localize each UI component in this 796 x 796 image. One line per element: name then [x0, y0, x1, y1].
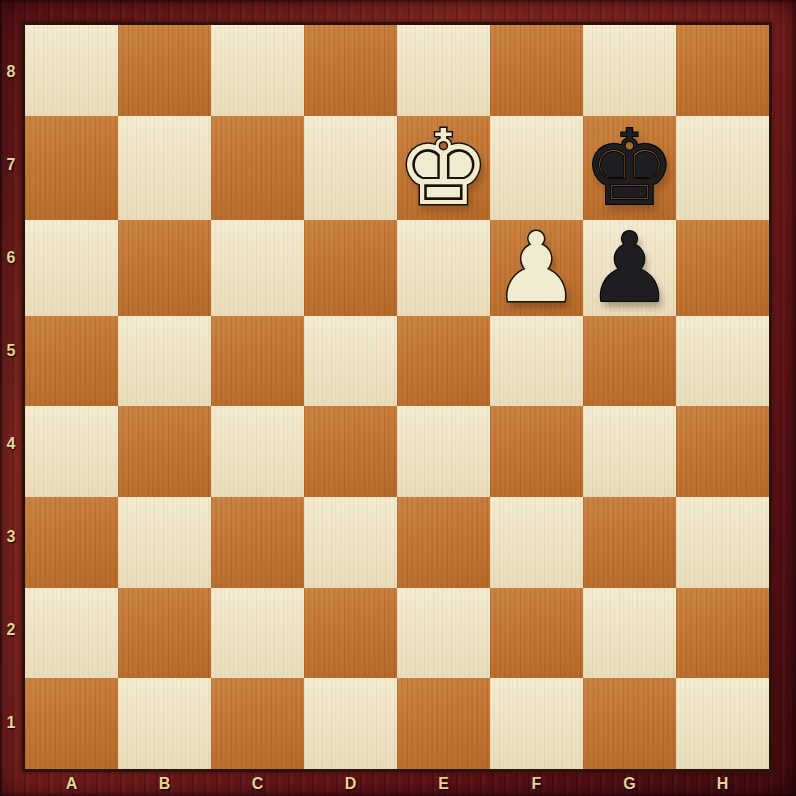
square-a7[interactable]: [25, 116, 118, 220]
square-g1[interactable]: [583, 678, 676, 769]
rank-label-5: 5: [0, 304, 22, 397]
square-c6[interactable]: [211, 220, 304, 316]
square-a1[interactable]: [25, 678, 118, 769]
file-label-e: E: [397, 772, 490, 796]
square-h2[interactable]: [676, 588, 769, 679]
square-d7[interactable]: [304, 116, 397, 220]
square-e1[interactable]: [397, 678, 490, 769]
file-label-a: A: [25, 772, 118, 796]
square-a8[interactable]: [25, 25, 118, 116]
black-king[interactable]: ♚: [583, 116, 676, 220]
file-label-c: C: [211, 772, 304, 796]
square-f3[interactable]: [490, 497, 583, 588]
square-d3[interactable]: [304, 497, 397, 588]
square-a4[interactable]: [25, 406, 118, 497]
square-d8[interactable]: [304, 25, 397, 116]
square-f8[interactable]: [490, 25, 583, 116]
black-pawn[interactable]: ♟: [586, 220, 672, 316]
rank-label-4: 4: [0, 397, 22, 490]
square-e3[interactable]: [397, 497, 490, 588]
square-c1[interactable]: [211, 678, 304, 769]
square-g4[interactable]: [583, 406, 676, 497]
square-d4[interactable]: [304, 406, 397, 497]
rank-label-7: 7: [0, 118, 22, 211]
square-c4[interactable]: [211, 406, 304, 497]
square-h6[interactable]: [676, 220, 769, 316]
square-h4[interactable]: [676, 406, 769, 497]
square-g5[interactable]: [583, 316, 676, 407]
square-b2[interactable]: [118, 588, 211, 679]
square-e4[interactable]: [397, 406, 490, 497]
rank-label-3: 3: [0, 490, 22, 583]
square-g6[interactable]: ♟: [583, 220, 676, 316]
square-f7[interactable]: [490, 116, 583, 220]
square-f4[interactable]: [490, 406, 583, 497]
square-a2[interactable]: [25, 588, 118, 679]
file-label-g: G: [583, 772, 676, 796]
square-f5[interactable]: [490, 316, 583, 407]
square-a3[interactable]: [25, 497, 118, 588]
square-f2[interactable]: [490, 588, 583, 679]
rank-label-2: 2: [0, 583, 22, 676]
square-g3[interactable]: [583, 497, 676, 588]
square-h3[interactable]: [676, 497, 769, 588]
square-a5[interactable]: [25, 316, 118, 407]
square-g8[interactable]: [583, 25, 676, 116]
square-e6[interactable]: [397, 220, 490, 316]
rank-label-6: 6: [0, 211, 22, 304]
board-border: ♚♚♟♟: [22, 22, 772, 772]
square-d1[interactable]: [304, 678, 397, 769]
square-g7[interactable]: ♚: [583, 116, 676, 220]
square-b4[interactable]: [118, 406, 211, 497]
file-label-f: F: [490, 772, 583, 796]
square-e2[interactable]: [397, 588, 490, 679]
square-a6[interactable]: [25, 220, 118, 316]
square-c7[interactable]: [211, 116, 304, 220]
chessboard[interactable]: ♚♚♟♟: [25, 25, 769, 769]
square-h5[interactable]: [676, 316, 769, 407]
white-pawn[interactable]: ♟: [493, 220, 579, 316]
rank-labels: 87654321: [0, 25, 22, 769]
square-h1[interactable]: [676, 678, 769, 769]
square-e5[interactable]: [397, 316, 490, 407]
chess-board-frame: 87654321 ABCDEFGH ♚♚♟♟: [0, 0, 796, 796]
square-b6[interactable]: [118, 220, 211, 316]
square-b7[interactable]: [118, 116, 211, 220]
square-h7[interactable]: [676, 116, 769, 220]
square-f1[interactable]: [490, 678, 583, 769]
square-d5[interactable]: [304, 316, 397, 407]
square-b1[interactable]: [118, 678, 211, 769]
square-c2[interactable]: [211, 588, 304, 679]
square-b8[interactable]: [118, 25, 211, 116]
file-label-b: B: [118, 772, 211, 796]
square-d2[interactable]: [304, 588, 397, 679]
square-f6[interactable]: ♟: [490, 220, 583, 316]
white-king[interactable]: ♚: [397, 116, 490, 220]
square-c5[interactable]: [211, 316, 304, 407]
square-g2[interactable]: [583, 588, 676, 679]
square-b3[interactable]: [118, 497, 211, 588]
square-e7[interactable]: ♚: [397, 116, 490, 220]
square-c8[interactable]: [211, 25, 304, 116]
rank-label-1: 1: [0, 676, 22, 769]
file-label-h: H: [676, 772, 769, 796]
square-h8[interactable]: [676, 25, 769, 116]
rank-label-8: 8: [0, 25, 22, 118]
square-c3[interactable]: [211, 497, 304, 588]
square-b5[interactable]: [118, 316, 211, 407]
square-d6[interactable]: [304, 220, 397, 316]
square-e8[interactable]: [397, 25, 490, 116]
file-label-d: D: [304, 772, 397, 796]
file-labels: ABCDEFGH: [25, 772, 769, 796]
